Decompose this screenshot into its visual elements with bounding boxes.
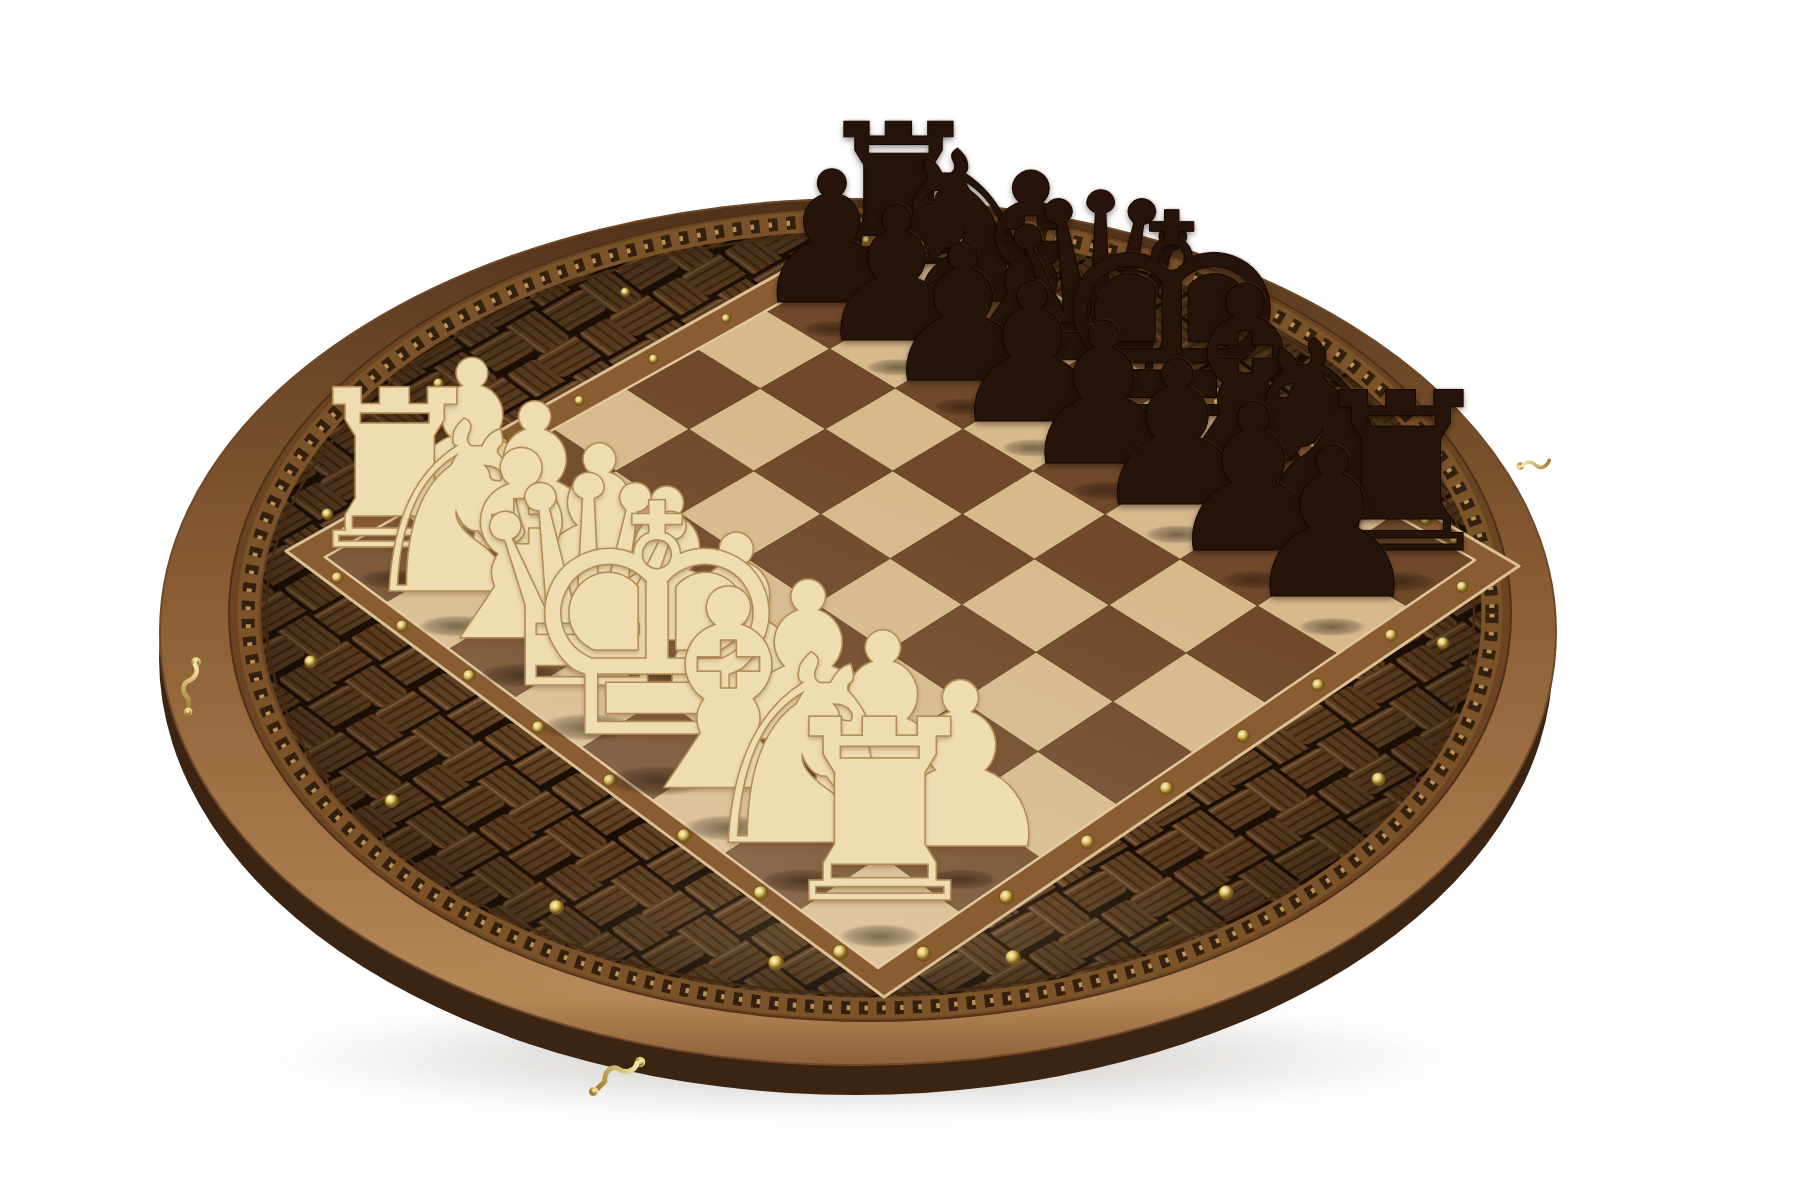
piece-black-pawn-h7[interactable]: ♟ — [1239, 422, 1425, 629]
pieces-layer: ♜♞♟♝♟♛♟♚♟♟♝♟♟♞♜♟♟♜♞♟♟♝♟♛♟♚♟♝♟♞♟♜ — [0, 0, 1800, 1200]
piece-white-rook-h1[interactable]: ♜ — [767, 687, 993, 939]
rook-glyph: ♜ — [767, 687, 993, 939]
product-photo-canvas: ♜♞♟♝♟♛♟♚♟♟♝♟♟♞♜♟♟♜♞♟♟♝♟♛♟♚♟♝♟♞♟♜ — [0, 0, 1800, 1200]
pawn-glyph: ♟ — [1239, 422, 1425, 629]
